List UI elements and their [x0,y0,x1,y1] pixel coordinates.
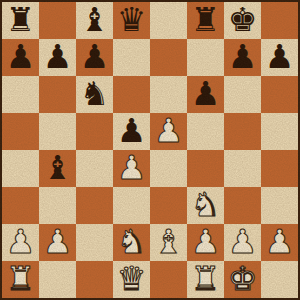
square-f7[interactable] [187,39,224,76]
square-a8[interactable]: ♜ [2,2,39,39]
screenshot-stage: ♜♝♛♜♚♟♟♟♟♟♞♟♟♟♝♟♞♟♟♞♝♟♟♟♜♛♜♚ [0,0,300,300]
square-e5[interactable]: ♟ [150,113,187,150]
piece-white-queen[interactable]: ♛ [117,262,147,295]
square-a4[interactable] [2,150,39,187]
square-c6[interactable]: ♞ [76,76,113,113]
square-h4[interactable] [261,150,298,187]
piece-black-queen[interactable]: ♛ [117,3,147,36]
square-d2[interactable]: ♞ [113,224,150,261]
square-b6[interactable] [39,76,76,113]
square-g4[interactable] [224,150,261,187]
piece-white-rook[interactable]: ♜ [6,262,36,295]
square-h1[interactable] [261,261,298,298]
square-b8[interactable] [39,2,76,39]
square-a7[interactable]: ♟ [2,39,39,76]
square-d6[interactable] [113,76,150,113]
piece-white-pawn[interactable]: ♟ [191,225,221,258]
square-b5[interactable] [39,113,76,150]
piece-white-pawn[interactable]: ♟ [117,151,147,184]
piece-black-pawn[interactable]: ♟ [6,40,36,73]
square-e1[interactable] [150,261,187,298]
square-g1[interactable]: ♚ [224,261,261,298]
square-h5[interactable] [261,113,298,150]
square-b1[interactable] [39,261,76,298]
square-a2[interactable]: ♟ [2,224,39,261]
square-b4[interactable]: ♝ [39,150,76,187]
square-c4[interactable] [76,150,113,187]
square-e8[interactable] [150,2,187,39]
square-e4[interactable] [150,150,187,187]
square-d3[interactable] [113,187,150,224]
piece-black-pawn[interactable]: ♟ [228,40,258,73]
square-a6[interactable] [2,76,39,113]
square-f4[interactable] [187,150,224,187]
square-c8[interactable]: ♝ [76,2,113,39]
square-f5[interactable] [187,113,224,150]
piece-white-pawn[interactable]: ♟ [154,114,184,147]
piece-white-pawn[interactable]: ♟ [228,225,258,258]
piece-black-rook[interactable]: ♜ [6,3,36,36]
square-h2[interactable]: ♟ [261,224,298,261]
piece-white-pawn[interactable]: ♟ [265,225,295,258]
square-h3[interactable] [261,187,298,224]
square-d5[interactable]: ♟ [113,113,150,150]
piece-black-pawn[interactable]: ♟ [265,40,295,73]
square-g3[interactable] [224,187,261,224]
square-a3[interactable] [2,187,39,224]
piece-black-pawn[interactable]: ♟ [191,77,221,110]
square-c3[interactable] [76,187,113,224]
square-f1[interactable]: ♜ [187,261,224,298]
square-g2[interactable]: ♟ [224,224,261,261]
square-f3[interactable]: ♞ [187,187,224,224]
square-e2[interactable]: ♝ [150,224,187,261]
square-d1[interactable]: ♛ [113,261,150,298]
square-e3[interactable] [150,187,187,224]
square-h6[interactable] [261,76,298,113]
piece-white-pawn[interactable]: ♟ [6,225,36,258]
piece-black-pawn[interactable]: ♟ [117,114,147,147]
piece-black-rook[interactable]: ♜ [191,3,221,36]
square-f6[interactable]: ♟ [187,76,224,113]
square-b2[interactable]: ♟ [39,224,76,261]
square-c1[interactable] [76,261,113,298]
piece-white-rook[interactable]: ♜ [191,262,221,295]
piece-white-knight[interactable]: ♞ [117,225,147,258]
piece-white-king[interactable]: ♚ [228,262,258,295]
square-c2[interactable] [76,224,113,261]
square-f2[interactable]: ♟ [187,224,224,261]
piece-black-bishop[interactable]: ♝ [80,3,110,36]
square-d4[interactable]: ♟ [113,150,150,187]
piece-black-bishop[interactable]: ♝ [43,151,73,184]
chess-board: ♜♝♛♜♚♟♟♟♟♟♞♟♟♟♝♟♞♟♟♞♝♟♟♟♜♛♜♚ [0,0,300,300]
square-h7[interactable]: ♟ [261,39,298,76]
square-c7[interactable]: ♟ [76,39,113,76]
square-f8[interactable]: ♜ [187,2,224,39]
square-a1[interactable]: ♜ [2,261,39,298]
square-g8[interactable]: ♚ [224,2,261,39]
square-e7[interactable] [150,39,187,76]
square-a5[interactable] [2,113,39,150]
piece-black-king[interactable]: ♚ [228,3,258,36]
square-g7[interactable]: ♟ [224,39,261,76]
piece-black-pawn[interactable]: ♟ [43,40,73,73]
square-d7[interactable] [113,39,150,76]
piece-white-pawn[interactable]: ♟ [43,225,73,258]
square-c5[interactable] [76,113,113,150]
square-h8[interactable] [261,2,298,39]
piece-black-knight[interactable]: ♞ [80,77,110,110]
square-b7[interactable]: ♟ [39,39,76,76]
piece-white-bishop[interactable]: ♝ [154,225,184,258]
square-d8[interactable]: ♛ [113,2,150,39]
square-e6[interactable] [150,76,187,113]
square-g6[interactable] [224,76,261,113]
piece-white-knight[interactable]: ♞ [191,188,221,221]
piece-black-pawn[interactable]: ♟ [80,40,110,73]
square-g5[interactable] [224,113,261,150]
square-b3[interactable] [39,187,76,224]
